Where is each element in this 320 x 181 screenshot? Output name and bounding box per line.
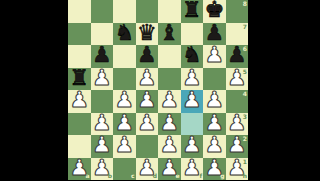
white-pawn-d4[interactable]: ♟ xyxy=(137,89,157,112)
square-h5[interactable]: ♟5 xyxy=(226,68,249,91)
square-g1[interactable]: ♟g xyxy=(203,158,226,181)
white-pawn-a4[interactable]: ♟ xyxy=(69,89,89,112)
rank-label-2: 2 xyxy=(243,136,247,142)
black-pawn-b6[interactable]: ♟ xyxy=(92,44,112,67)
white-pawn-b3[interactable]: ♟ xyxy=(92,112,112,135)
square-a7[interactable] xyxy=(68,23,91,46)
white-pawn-c4[interactable]: ♟ xyxy=(114,89,134,112)
square-e6[interactable] xyxy=(158,45,181,68)
square-e1[interactable]: ♟e xyxy=(158,158,181,181)
rank-label-3: 3 xyxy=(243,114,247,120)
square-a8[interactable] xyxy=(68,0,91,23)
square-d1[interactable]: ♟d xyxy=(136,158,159,181)
letterboxed-frame: ♜♚8♞♛♝♟7♟♟♞♟♟6♜♟♟♟♟5♟♟♟♟♟♟4♟♟♟♟♟♟3♟♟♟♟♟♟… xyxy=(0,0,320,180)
black-knight-c7[interactable]: ♞ xyxy=(114,22,134,45)
black-rook-a5[interactable]: ♜ xyxy=(69,67,89,90)
file-label-b: b xyxy=(108,173,112,179)
file-label-e: e xyxy=(175,173,179,179)
rank-label-8: 8 xyxy=(243,1,247,7)
square-b1[interactable]: ♟b xyxy=(91,158,114,181)
square-f8[interactable]: ♜ xyxy=(181,0,204,23)
white-pawn-f5[interactable]: ♟ xyxy=(182,67,202,90)
white-pawn-f2[interactable]: ♟ xyxy=(182,134,202,157)
black-queen-d7[interactable]: ♛ xyxy=(137,22,157,45)
file-label-d: d xyxy=(153,173,157,179)
file-label-c: c xyxy=(131,173,135,179)
square-a3[interactable] xyxy=(68,113,91,136)
file-label-g: g xyxy=(220,173,224,179)
square-b8[interactable] xyxy=(91,0,114,23)
square-h1[interactable]: ♟1h xyxy=(226,158,249,181)
white-pawn-b2[interactable]: ♟ xyxy=(92,134,112,157)
file-label-h: h xyxy=(243,173,247,179)
white-pawn-g6[interactable]: ♟ xyxy=(204,44,224,67)
white-pawn-e4[interactable]: ♟ xyxy=(159,89,179,112)
white-pawn-e2[interactable]: ♟ xyxy=(159,134,179,157)
white-pawn-c3[interactable]: ♟ xyxy=(114,112,134,135)
chess-board: ♜♚8♞♛♝♟7♟♟♞♟♟6♜♟♟♟♟5♟♟♟♟♟♟4♟♟♟♟♟♟3♟♟♟♟♟♟… xyxy=(68,0,248,180)
white-pawn-d3[interactable]: ♟ xyxy=(137,112,157,135)
white-pawn-d5[interactable]: ♟ xyxy=(137,67,157,90)
white-pawn-g3[interactable]: ♟ xyxy=(204,112,224,135)
square-a4[interactable]: ♟ xyxy=(68,90,91,113)
rank-label-7: 7 xyxy=(243,24,247,30)
black-pawn-g7[interactable]: ♟ xyxy=(204,22,224,45)
white-pawn-g2[interactable]: ♟ xyxy=(204,134,224,157)
black-rook-f8[interactable]: ♜ xyxy=(182,0,202,22)
square-c1[interactable]: c xyxy=(113,158,136,181)
square-d3[interactable]: ♟ xyxy=(136,113,159,136)
rank-label-4: 4 xyxy=(243,91,247,97)
square-h8[interactable]: 8 xyxy=(226,0,249,23)
square-e7[interactable]: ♝ xyxy=(158,23,181,46)
white-pawn-g4[interactable]: ♟ xyxy=(204,89,224,112)
square-c2[interactable]: ♟ xyxy=(113,135,136,158)
rank-label-5: 5 xyxy=(243,69,247,75)
white-pawn-b5[interactable]: ♟ xyxy=(92,67,112,90)
white-pawn-c2[interactable]: ♟ xyxy=(114,134,134,157)
black-pawn-d6[interactable]: ♟ xyxy=(137,44,157,67)
white-pawn-e3[interactable]: ♟ xyxy=(159,112,179,135)
rank-label-6: 6 xyxy=(243,46,247,52)
black-king-g8[interactable]: ♚ xyxy=(204,0,224,22)
black-bishop-e7[interactable]: ♝ xyxy=(159,22,179,45)
black-knight-f6[interactable]: ♞ xyxy=(182,44,202,67)
square-c6[interactable] xyxy=(113,45,136,68)
square-f4[interactable]: ♟ xyxy=(181,90,204,113)
file-label-a: a xyxy=(85,173,89,179)
square-g6[interactable]: ♟ xyxy=(203,45,226,68)
square-c7[interactable]: ♞ xyxy=(113,23,136,46)
square-b5[interactable]: ♟ xyxy=(91,68,114,91)
square-f1[interactable]: ♟f xyxy=(181,158,204,181)
rank-label-1: 1 xyxy=(243,159,247,165)
file-label-f: f xyxy=(199,173,202,179)
square-a1[interactable]: ♟a xyxy=(68,158,91,181)
white-pawn-f4[interactable]: ♟ xyxy=(182,89,202,112)
